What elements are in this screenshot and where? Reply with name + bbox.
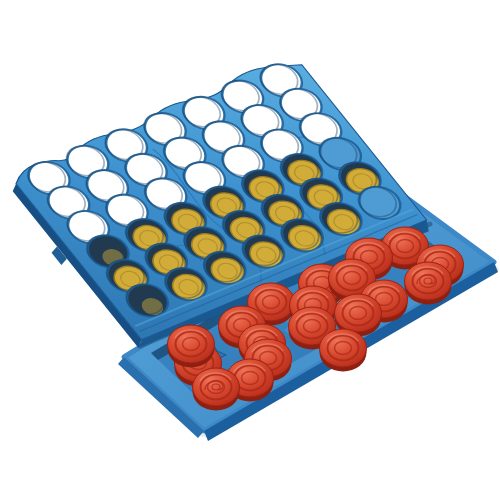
connect-four-set — [0, 0, 500, 500]
product-photo — [0, 0, 500, 500]
red-disc-14 — [168, 325, 215, 368]
red-disc-15 — [320, 329, 367, 372]
red-disc-spiral-18 — [193, 368, 240, 411]
red-disc-spiral-5 — [405, 262, 452, 305]
